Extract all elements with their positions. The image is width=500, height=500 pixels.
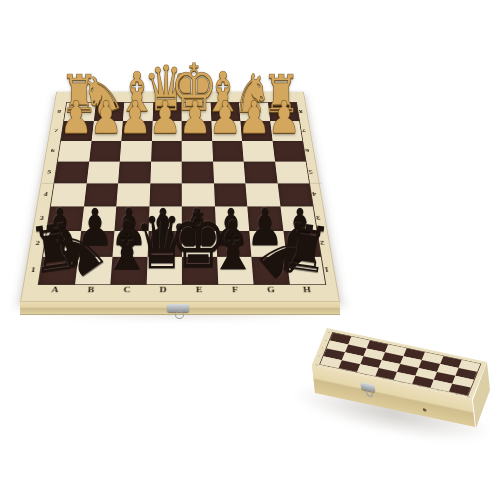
rank-label-7: 7 [298, 127, 310, 134]
square-b1 [75, 257, 113, 285]
rank-label-1: 1 [319, 265, 334, 274]
square-a4 [51, 183, 86, 206]
square-f1 [217, 257, 254, 285]
square-c4 [116, 183, 150, 206]
square-b5 [86, 162, 120, 184]
square-d7 [151, 121, 181, 141]
file-label-c: C [108, 284, 145, 297]
rank-label-5: 5 [43, 168, 56, 175]
square-d6 [151, 141, 182, 162]
square-c5 [118, 162, 151, 184]
square-d8 [152, 103, 181, 122]
square-a7 [61, 121, 93, 141]
square-d1 [146, 257, 182, 285]
square-g8 [239, 103, 270, 122]
clasp-icon [361, 382, 376, 392]
rank-label-8: 8 [295, 108, 307, 114]
file-labels: ABCDEFGH [36, 284, 326, 297]
file-label-b: B [72, 284, 109, 297]
square-e5 [182, 162, 214, 184]
square-c3 [114, 206, 149, 230]
square-g5 [244, 162, 278, 184]
square-f5 [213, 162, 246, 184]
folded-chess-box: •••••••• •••• [285, 320, 500, 455]
square-c8 [123, 103, 153, 122]
rank-label-3: 3 [35, 214, 49, 222]
file-label-a: A [36, 284, 74, 297]
square-c6 [120, 141, 152, 162]
square-b7 [91, 121, 123, 141]
square-e6 [182, 141, 213, 162]
square-g3 [247, 206, 283, 230]
rank-label-2: 2 [315, 239, 330, 248]
square-f4 [214, 183, 248, 206]
square-b3 [81, 206, 117, 230]
clasp-icon [167, 304, 189, 312]
square-a6 [58, 141, 91, 162]
file-label-d: D [145, 284, 181, 297]
board-grid [38, 102, 327, 285]
rank-label-1: 1 [26, 265, 41, 274]
screw-icon [467, 396, 470, 398]
file-label-f: F [217, 284, 254, 297]
square-e1 [182, 257, 218, 285]
square-d2 [147, 231, 182, 257]
rank-label-4: 4 [39, 190, 53, 198]
square-e7 [182, 121, 212, 141]
square-e2 [182, 231, 217, 257]
wood-knot [423, 408, 427, 412]
square-d5 [150, 162, 182, 184]
square-a3 [47, 206, 84, 230]
square-d3 [148, 206, 182, 230]
rank-label-6: 6 [46, 147, 59, 154]
square-b8 [93, 103, 124, 122]
square-a5 [54, 162, 88, 184]
rank-label-3: 3 [311, 214, 325, 222]
square-f7 [211, 121, 242, 141]
square-f2 [216, 231, 252, 257]
board-front-edge [20, 302, 340, 315]
square-b6 [89, 141, 122, 162]
square-g1 [251, 257, 289, 285]
square-d4 [149, 183, 182, 206]
square-f6 [212, 141, 244, 162]
square-f8 [210, 103, 240, 122]
square-a1 [39, 257, 78, 285]
file-label-g: G [253, 284, 290, 297]
square-b2 [78, 231, 115, 257]
rank-label-4: 4 [308, 190, 322, 198]
square-f3 [215, 206, 250, 230]
square-g7 [240, 121, 272, 141]
square-g4 [245, 183, 280, 206]
square-e3 [182, 206, 216, 230]
rank-label-8: 8 [53, 108, 65, 114]
square-e4 [182, 183, 215, 206]
square-g2 [249, 231, 286, 257]
fold-seam [42, 183, 321, 184]
square-c2 [112, 231, 148, 257]
file-label-h: H [288, 284, 326, 297]
square-c7 [121, 121, 152, 141]
rank-label-2: 2 [30, 239, 45, 248]
square-b4 [84, 183, 119, 206]
board-frame: ABCDEFGH 87654321 87654321 [20, 92, 340, 302]
screw-icon [315, 364, 318, 366]
rank-label-5: 5 [304, 168, 317, 175]
file-label-e: E [181, 284, 217, 297]
square-a2 [43, 231, 81, 257]
square-e8 [182, 103, 211, 122]
rank-label-6: 6 [301, 147, 314, 154]
rank-label-7: 7 [50, 127, 62, 134]
square-g6 [242, 141, 275, 162]
product-photo: ABCDEFGH 87654321 87654321 ♜♞♝♛♚♝♞♜♟♟♟♟♟… [0, 0, 500, 500]
square-c1 [110, 257, 147, 285]
square-a8 [64, 103, 96, 122]
